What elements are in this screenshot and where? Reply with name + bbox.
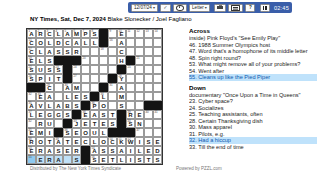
grid-cell[interactable]: E — [99, 155, 108, 164]
grid-cell[interactable] — [126, 74, 135, 83]
grid-cell[interactable]: A — [72, 38, 81, 47]
grid-cell[interactable] — [81, 47, 90, 56]
grid-cell[interactable] — [153, 74, 162, 83]
grid-cell[interactable]: 25 — [126, 65, 135, 74]
cell-number: 41 — [154, 111, 157, 114]
printer-icon — [217, 5, 223, 10]
grid-cell[interactable]: I — [126, 146, 135, 155]
grid-cell[interactable]: 40 — [144, 110, 153, 119]
grid-cell[interactable]: N — [135, 119, 144, 128]
grid-cell[interactable]: O — [99, 137, 108, 146]
grid-cell[interactable] — [144, 47, 153, 56]
cell-number: 31 — [109, 84, 112, 87]
powered-by-credit: Powered by PZZL.com — [176, 166, 222, 171]
grid-cell[interactable]: 43J — [72, 119, 81, 128]
grid-cell[interactable]: 52W — [126, 137, 135, 146]
cell-number: 14 — [154, 30, 157, 33]
grid-cell[interactable]: C — [117, 47, 126, 56]
grid-cell[interactable]: S — [72, 101, 81, 110]
grid-cell[interactable] — [144, 38, 153, 47]
grid-cell[interactable]: V — [36, 101, 45, 110]
grid-cell[interactable]: S — [135, 155, 144, 164]
grid-cell[interactable] — [126, 101, 135, 110]
grid-cell[interactable] — [90, 65, 99, 74]
grid-cell[interactable]: O — [99, 101, 108, 110]
grid-cell[interactable]: S — [63, 110, 72, 119]
grid-cell[interactable]: R — [72, 146, 81, 155]
grid-cell-black — [81, 155, 90, 164]
grid-cell[interactable]: T — [108, 155, 117, 164]
chevron-down-icon: ▾ — [153, 5, 155, 10]
puzzle-date: NY Times, Sat, Dec 7, 2024 — [30, 16, 106, 22]
grid-cell[interactable]: L — [99, 128, 108, 137]
grid-cell[interactable]: O — [36, 137, 45, 146]
grid-cell[interactable]: 24 — [72, 65, 81, 74]
grid-cell[interactable] — [144, 92, 153, 101]
grid-cell[interactable] — [90, 83, 99, 92]
grid-cell[interactable]: H — [117, 56, 126, 65]
cell-number: 40 — [145, 111, 148, 114]
grid-cell[interactable] — [153, 56, 162, 65]
grid-cell-black — [63, 119, 72, 128]
grid-cell[interactable]: E — [153, 137, 162, 146]
grid-cell[interactable] — [135, 83, 144, 92]
grid-cell[interactable]: 20 — [81, 56, 90, 65]
grid-cell[interactable]: 54A — [90, 146, 99, 155]
grid-cell-black — [63, 74, 72, 83]
grid-cell[interactable]: U — [36, 65, 45, 74]
grid-cell[interactable]: E — [36, 155, 45, 164]
across-header: Across — [189, 27, 317, 34]
grid-cell[interactable]: 23S — [54, 65, 63, 74]
grid-cell[interactable]: 18 — [99, 47, 108, 56]
grid-cell[interactable] — [108, 92, 117, 101]
grid-cell[interactable]: D — [54, 38, 63, 47]
grid-cell[interactable]: 17C — [27, 47, 36, 56]
grid-cell[interactable]: T — [90, 119, 99, 128]
grid-cell[interactable] — [153, 128, 162, 137]
grid-cell[interactable]: M — [36, 128, 45, 137]
grid-cell[interactable]: I — [135, 137, 144, 146]
grid-cell[interactable]: 29C — [45, 83, 54, 92]
grid-cell-black — [117, 65, 126, 74]
grid-cell-black — [72, 110, 81, 119]
grid-cell[interactable]: 4L — [54, 29, 63, 38]
grid-cell[interactable]: 2R — [36, 29, 45, 38]
cell-letter: L — [118, 157, 125, 164]
grid-cell[interactable]: S — [153, 155, 162, 164]
grid-cell[interactable]: R — [36, 146, 45, 155]
letter-dropdown-label: Letter — [192, 5, 204, 10]
grid-cell[interactable]: E — [63, 146, 72, 155]
grid-cell-black — [117, 110, 126, 119]
cell-number: 12 — [136, 30, 139, 33]
grid-cell[interactable]: S — [99, 110, 108, 119]
puzzle-authors: Blake Slonecker / Joel Fagliano — [108, 16, 192, 22]
cell-number: 27 — [73, 75, 76, 78]
grid-cell[interactable]: G — [54, 110, 63, 119]
pause-icon — [263, 6, 267, 10]
grid-cell[interactable]: 47 — [135, 128, 144, 137]
grid-cell[interactable]: 41 — [153, 110, 162, 119]
cell-number: 16 — [109, 39, 112, 42]
grid-cell[interactable] — [153, 119, 162, 128]
grid-cell[interactable]: A — [90, 110, 99, 119]
grid-cell[interactable]: S — [45, 56, 54, 65]
grid-cell[interactable] — [153, 83, 162, 92]
cell-number: 25 — [127, 66, 130, 69]
grid-cell[interactable]: 38E — [81, 110, 90, 119]
grid-cell[interactable] — [144, 128, 153, 137]
keyboard-icon — [231, 5, 240, 11]
grid-cell[interactable] — [90, 74, 99, 83]
grid-cell[interactable]: S — [117, 101, 126, 110]
grid-cell[interactable]: 21 — [135, 56, 144, 65]
grid-cell[interactable]: S — [54, 47, 63, 56]
grid-cell-black — [36, 83, 45, 92]
grid-cell[interactable] — [63, 155, 72, 164]
cell-number: 20 — [82, 57, 85, 60]
grid-cell[interactable]: M — [72, 83, 81, 92]
grid-cell[interactable]: 37L — [27, 110, 36, 119]
grid-cell-black — [108, 128, 117, 137]
grid-cell[interactable] — [153, 38, 162, 47]
grid-cell[interactable]: 42 — [27, 119, 36, 128]
cell-number: 47 — [136, 129, 139, 132]
grid-cell[interactable]: L — [45, 38, 54, 47]
grid-cell-black — [27, 83, 36, 92]
grid-cell[interactable] — [126, 47, 135, 56]
grid-cell[interactable]: U — [45, 119, 54, 128]
grid-cell[interactable]: S — [45, 65, 54, 74]
grid-cell[interactable]: L — [117, 155, 126, 164]
cell-number: 18 — [100, 48, 103, 51]
grid-cell[interactable]: 48R — [27, 137, 36, 146]
grid-cell[interactable]: 28Y — [117, 74, 126, 83]
clue-item[interactable]: 33. Till the end of time — [189, 144, 317, 151]
grid-cell[interactable] — [81, 74, 90, 83]
grid-cell[interactable]: L — [81, 38, 90, 47]
grid-cell[interactable]: L — [36, 56, 45, 65]
grid-cell[interactable] — [108, 47, 117, 56]
grid-cell[interactable]: E — [135, 110, 144, 119]
grid-cell-black — [54, 128, 63, 137]
grid-cell[interactable] — [81, 65, 90, 74]
print-button[interactable] — [214, 4, 226, 12]
grid-cell[interactable]: E — [36, 110, 45, 119]
grid-cell[interactable]: S — [108, 119, 117, 128]
grid-cell[interactable]: L — [90, 38, 99, 47]
grid-cell[interactable]: M — [117, 92, 126, 101]
toolbar: 12/07/24 ▾ ✓ Letter ▾ ? 02:45 — [128, 2, 292, 13]
grid-cell[interactable]: E — [72, 92, 81, 101]
grid-cell[interactable] — [144, 83, 153, 92]
grid-cell[interactable]: A — [54, 155, 63, 164]
grid-cell[interactable]: 6M — [72, 29, 81, 38]
grid-cell[interactable]: A — [45, 92, 54, 101]
help-label: ? — [249, 5, 252, 10]
grid-cell-black — [54, 56, 63, 65]
grid-cell[interactable]: A — [117, 38, 126, 47]
grid-cell[interactable]: 11 — [126, 29, 135, 38]
grid-cell[interactable] — [108, 56, 117, 65]
keyboard-button[interactable] — [228, 4, 243, 12]
crossword-app: 12/07/24 ▾ ✓ Letter ▾ ? 02:45 NY Times, … — [0, 0, 320, 180]
grid-cell-black — [81, 101, 90, 110]
grid-cell[interactable]: 35A — [27, 101, 36, 110]
grid-cell[interactable]: 49A — [54, 137, 63, 146]
crossword-grid: 1A2R3C4L5A6M7P8S910E1112131415COLDCALL16… — [26, 28, 163, 165]
grid-cell[interactable] — [135, 65, 144, 74]
grid-cell[interactable] — [135, 92, 144, 101]
grid-cell[interactable] — [99, 56, 108, 65]
grid-cell[interactable] — [126, 92, 135, 101]
grid-cell[interactable]: 53E — [27, 146, 36, 155]
grid-cell[interactable]: 16 — [108, 38, 117, 47]
grid-cell[interactable]: 15C — [27, 38, 36, 47]
grid-cell[interactable] — [144, 74, 153, 83]
grid-cell[interactable]: 51K — [117, 137, 126, 146]
grid-cell[interactable]: 45E — [27, 128, 36, 137]
grid-cell-black — [126, 128, 135, 137]
grid-cell[interactable]: S — [108, 146, 117, 155]
timer: 02:45 — [274, 5, 289, 11]
grid-cell[interactable]: E — [144, 146, 153, 155]
grid-cell[interactable]: S — [99, 146, 108, 155]
grid-cell[interactable]: 10E — [117, 29, 126, 38]
cell-letter: S — [154, 157, 161, 164]
date-dropdown-label: 12/07/24 — [134, 5, 152, 10]
grid-cell-black — [144, 101, 153, 110]
grid-cell[interactable]: T — [144, 155, 153, 164]
check-answers-button[interactable]: ✓ — [160, 4, 171, 12]
chevron-down-icon: ▾ — [205, 5, 207, 10]
cell-number: 24 — [73, 66, 76, 69]
grid-cell[interactable]: P — [36, 74, 45, 83]
grid-cell[interactable]: 30A — [63, 83, 72, 92]
grid-cell[interactable]: E — [81, 119, 90, 128]
grid-cell[interactable]: 3C — [45, 29, 54, 38]
grid-cell[interactable]: 39R — [126, 110, 135, 119]
grid-cell[interactable]: S — [54, 146, 63, 155]
cell-number: 42 — [28, 120, 31, 123]
grid-cell[interactable]: E — [72, 128, 81, 137]
grid-cell[interactable]: L — [135, 146, 144, 155]
grid-cell[interactable]: R — [72, 47, 81, 56]
grid-cell[interactable]: 31 — [108, 83, 117, 92]
grid-cell[interactable]: I — [45, 128, 54, 137]
grid-cell[interactable]: 55 — [27, 155, 36, 164]
grid-cell[interactable]: 9 — [108, 29, 117, 38]
grid-cell-black — [99, 83, 108, 92]
grid-cell[interactable]: 34L — [99, 92, 108, 101]
grid-cell-black — [117, 119, 126, 128]
grid-cell[interactable]: T — [54, 74, 63, 83]
grid-cell[interactable] — [135, 74, 144, 83]
grid-cell[interactable]: S — [63, 47, 72, 56]
grid-cell[interactable] — [54, 83, 63, 92]
grid-cell[interactable] — [153, 47, 162, 56]
grid-cell[interactable] — [108, 101, 117, 110]
grid-cell[interactable]: 27 — [72, 74, 81, 83]
grid-cell[interactable]: 50C — [108, 137, 117, 146]
cell-number: 21 — [136, 57, 139, 60]
cell-letter: S — [73, 157, 80, 164]
checkmark-icon: ✓ — [164, 5, 168, 10]
grid-cell[interactable]: O — [36, 38, 45, 47]
cell-letter: E — [100, 157, 107, 164]
grid-cell[interactable]: 46S — [63, 128, 72, 137]
grid-cell[interactable]: I — [45, 74, 54, 83]
grid-cell[interactable]: 32 — [27, 92, 36, 101]
cell-letter: S — [91, 157, 98, 164]
grid-cell[interactable]: A — [117, 146, 126, 155]
grid-cell[interactable]: S — [72, 155, 81, 164]
cell-letter: T — [145, 157, 152, 164]
grid-cell[interactable] — [135, 38, 144, 47]
grid-cell-black — [63, 56, 72, 65]
grid-cell[interactable]: 19E — [27, 56, 36, 65]
grid-cell[interactable] — [144, 119, 153, 128]
grid-cell[interactable]: L — [63, 92, 72, 101]
grid-cell[interactable] — [90, 56, 99, 65]
grid-cell-black — [99, 29, 108, 38]
cell-number: 55 — [28, 156, 31, 159]
grid-cell[interactable]: 8S — [90, 29, 99, 38]
help-button[interactable]: ? — [245, 4, 255, 12]
grid-cell[interactable]: 36P — [90, 101, 99, 110]
clue-item[interactable]: 55. Cleans up like the Pied Piper — [189, 74, 317, 81]
cell-letter: S — [136, 157, 143, 164]
grid-cell[interactable] — [153, 92, 162, 101]
grid-cell[interactable]: S — [81, 92, 90, 101]
across-clue-list: inside) Pink Floyd's "See Emily Play"46.… — [189, 35, 317, 81]
grid-cell[interactable] — [144, 56, 153, 65]
grid-cell[interactable] — [135, 101, 144, 110]
grid-cell-black — [81, 146, 90, 155]
down-clue-list: documentary "Once Upon a Time in Queens"… — [189, 92, 317, 151]
grid-cell[interactable] — [54, 92, 63, 101]
grid-cell[interactable]: 26S — [27, 74, 36, 83]
grid-cell[interactable]: L — [45, 101, 54, 110]
grid-cell-black — [90, 92, 99, 101]
grid-cell-black — [63, 65, 72, 74]
cell-number: 32 — [28, 93, 31, 96]
grid-cell[interactable]: R — [45, 155, 54, 164]
grid-cell-black — [99, 38, 108, 47]
grid-cell[interactable]: 5A — [63, 29, 72, 38]
grid-cell[interactable]: 13 — [144, 29, 153, 38]
grid-cell[interactable] — [153, 65, 162, 74]
grid-cell[interactable] — [144, 65, 153, 74]
grid-cell[interactable]: 7P — [81, 29, 90, 38]
clue-item[interactable]: 53. What might remove all of your proble… — [189, 61, 317, 68]
cell-letter: A — [55, 157, 62, 164]
syndicate-credit: Distributed by The New York Times Syndic… — [30, 166, 121, 171]
down-header: Down — [189, 84, 317, 91]
grid-cell[interactable]: I — [126, 155, 135, 164]
grid-cell[interactable]: T — [63, 137, 72, 146]
grid-cell[interactable] — [54, 119, 63, 128]
grid-cell[interactable]: E — [72, 137, 81, 146]
grid-cell[interactable] — [135, 47, 144, 56]
grid-cell[interactable] — [90, 47, 99, 56]
grid-cell[interactable]: 12 — [135, 29, 144, 38]
grid-cell[interactable]: R — [36, 119, 45, 128]
cell-letter: T — [109, 157, 116, 164]
grid-cell[interactable] — [81, 83, 90, 92]
letter-dropdown[interactable]: Letter ▾ — [189, 4, 210, 12]
grid-cell[interactable]: 14 — [153, 29, 162, 38]
grid-cell-black — [72, 56, 81, 65]
grid-cell[interactable]: S — [144, 137, 153, 146]
cell-number: 13 — [145, 30, 148, 33]
grid-cell[interactable]: T — [45, 137, 54, 146]
grid-cell[interactable] — [99, 65, 108, 74]
clue-item[interactable]: 47. Word that's a homophone of its middl… — [189, 48, 317, 55]
grid-cell[interactable]: A — [117, 83, 126, 92]
grid-cell-black — [126, 56, 135, 65]
grid-cell[interactable]: G — [45, 110, 54, 119]
clue-panel: Across inside) Pink Floyd's "See Emily P… — [189, 27, 317, 166]
grid-cell-black — [153, 101, 162, 110]
grid-cell[interactable]: 33E — [36, 92, 45, 101]
grid-cell[interactable]: O — [81, 128, 90, 137]
grid-cell[interactable]: D — [153, 146, 162, 155]
date-dropdown[interactable]: 12/07/24 ▾ — [131, 4, 158, 12]
reveal-button[interactable] — [173, 4, 187, 12]
grid-cell[interactable]: C — [63, 38, 72, 47]
grid-cell[interactable]: E — [99, 119, 108, 128]
cell-number: 11 — [127, 30, 130, 33]
grid-cell-black — [117, 128, 126, 137]
grid-cell[interactable] — [126, 83, 135, 92]
grid-cell[interactable]: A — [54, 101, 63, 110]
grid-cell[interactable]: 1A — [27, 29, 36, 38]
grid-cell[interactable] — [108, 65, 117, 74]
grid-cell[interactable]: A — [45, 47, 54, 56]
eye-icon — [176, 5, 184, 11]
cell-letter: R — [46, 157, 53, 164]
grid-cell[interactable]: L — [90, 137, 99, 146]
grid-cell[interactable] — [126, 38, 135, 47]
cell-letter: E — [37, 157, 44, 164]
grid-cell[interactable]: 44S — [126, 119, 135, 128]
grid-cell[interactable]: U — [90, 128, 99, 137]
pause-button[interactable] — [260, 4, 270, 12]
grid-cell[interactable]: 22S — [27, 65, 36, 74]
grid-cell[interactable]: A — [45, 146, 54, 155]
cell-number: 9 — [109, 30, 111, 33]
cell-letter: I — [127, 157, 134, 164]
grid-cell[interactable]: T — [108, 110, 117, 119]
grid-cell[interactable]: L — [36, 47, 45, 56]
puzzle-title: NY Times, Sat, Dec 7, 2024 Blake Sloneck… — [30, 16, 192, 22]
grid-cell[interactable]: 56S — [90, 155, 99, 164]
grid-cell-black — [108, 74, 117, 83]
grid-cell[interactable]: B — [63, 101, 72, 110]
grid-cell[interactable] — [99, 74, 108, 83]
grid-cell[interactable]: C — [81, 137, 90, 146]
